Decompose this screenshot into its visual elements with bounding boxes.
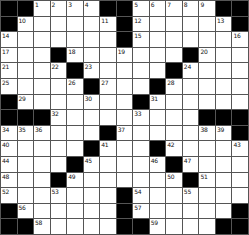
cell-r11c12[interactable]: 51 — [199, 173, 215, 188]
clue-number-22: 22 — [52, 63, 59, 70]
cell-r6c4[interactable] — [67, 95, 83, 110]
cell-r2c11[interactable] — [183, 32, 199, 47]
block-cell-r0c14 — [232, 1, 248, 16]
clue-number-17: 17 — [2, 48, 9, 55]
cell-r2c4[interactable] — [67, 32, 83, 47]
cell-r1c8[interactable]: 12 — [133, 17, 149, 32]
block-cell-r14c8 — [133, 219, 149, 234]
block-cell-r14c1 — [18, 219, 34, 234]
cell-r10c3[interactable] — [51, 157, 67, 172]
cell-r4c6[interactable] — [100, 63, 116, 78]
block-cell-r4c4 — [67, 63, 83, 78]
cell-r4c9[interactable] — [150, 63, 166, 78]
clue-number-12: 12 — [134, 17, 141, 24]
block-cell-r0c7 — [117, 1, 133, 16]
clue-number-27: 27 — [101, 79, 108, 86]
clue-number-44: 44 — [2, 157, 9, 164]
cell-r8c4[interactable] — [67, 126, 83, 141]
cell-r7c5[interactable] — [84, 110, 100, 125]
cell-r8c11[interactable] — [183, 126, 199, 141]
cell-r0c12[interactable]: 9 — [199, 1, 215, 16]
cell-r5c11[interactable] — [183, 79, 199, 94]
cell-r9c4[interactable] — [67, 141, 83, 156]
block-cell-r7c14 — [232, 110, 248, 125]
clue-number-18: 18 — [68, 48, 75, 55]
clue-number-2: 2 — [52, 1, 56, 8]
cell-r10c12[interactable] — [199, 157, 215, 172]
cell-r6c7[interactable] — [117, 95, 133, 110]
cell-r2c1[interactable] — [18, 32, 34, 47]
cell-r6c3[interactable] — [51, 95, 67, 110]
cell-r12c8[interactable]: 54 — [133, 188, 149, 203]
clue-number-20: 20 — [200, 48, 207, 55]
block-cell-r5c5 — [84, 79, 100, 94]
cell-r13c10[interactable] — [166, 204, 182, 219]
clue-number-34: 34 — [2, 126, 9, 133]
cell-r5c6[interactable]: 27 — [100, 79, 116, 94]
clue-number-52: 52 — [2, 188, 9, 195]
cell-r13c2[interactable] — [34, 204, 50, 219]
cell-r2c2[interactable] — [34, 32, 50, 47]
block-cell-r7c13 — [216, 110, 232, 125]
clue-number-59: 59 — [151, 219, 158, 226]
clue-number-13: 13 — [217, 17, 224, 24]
clue-number-49: 49 — [68, 173, 75, 180]
cell-r5c7[interactable] — [117, 79, 133, 94]
cell-r2c6[interactable] — [100, 32, 116, 47]
block-cell-r6c0 — [1, 95, 17, 110]
cell-r8c8[interactable] — [133, 126, 149, 141]
cell-r7c9[interactable] — [150, 110, 166, 125]
clue-number-51: 51 — [200, 173, 207, 180]
cell-r3c8[interactable] — [133, 48, 149, 63]
cell-r10c2[interactable] — [34, 157, 50, 172]
cell-r3c5[interactable] — [84, 48, 100, 63]
cell-r14c11[interactable] — [183, 219, 199, 234]
cell-r10c13[interactable] — [216, 157, 232, 172]
cell-r6c2[interactable] — [34, 95, 50, 110]
cell-r9c0[interactable]: 40 — [1, 141, 17, 156]
cell-r9c8[interactable] — [133, 141, 149, 156]
cell-r5c4[interactable]: 26 — [67, 79, 83, 94]
cell-r1c12[interactable] — [199, 17, 215, 32]
cell-r8c2[interactable]: 36 — [34, 126, 50, 141]
cell-r0c2[interactable]: 1 — [34, 1, 50, 16]
cell-r2c12[interactable] — [199, 32, 215, 47]
cell-r10c5[interactable]: 45 — [84, 157, 100, 172]
clue-number-3: 3 — [68, 1, 72, 8]
clue-number-54: 54 — [134, 188, 141, 195]
block-cell-r9c9 — [150, 141, 166, 156]
cell-r2c14[interactable]: 16 — [232, 32, 248, 47]
clue-number-25: 25 — [2, 79, 9, 86]
cell-r7c7[interactable] — [117, 110, 133, 125]
cell-r2c3[interactable] — [51, 32, 67, 47]
cell-r9c10[interactable]: 42 — [166, 141, 182, 156]
cell-r5c10[interactable]: 28 — [166, 79, 182, 94]
cell-r2c13[interactable] — [216, 32, 232, 47]
cell-r10c8[interactable] — [133, 157, 149, 172]
cell-r13c3[interactable] — [51, 204, 67, 219]
cell-r4c12[interactable] — [199, 63, 215, 78]
cell-r1c9[interactable] — [150, 17, 166, 32]
cell-r4c5[interactable]: 23 — [84, 63, 100, 78]
cell-r9c6[interactable]: 41 — [100, 141, 116, 156]
cell-r9c1[interactable] — [18, 141, 34, 156]
cell-r12c6[interactable] — [100, 188, 116, 203]
cell-r6c12[interactable] — [199, 95, 215, 110]
block-cell-r13c0 — [1, 204, 17, 219]
cell-r4c7[interactable] — [117, 63, 133, 78]
cell-r12c10[interactable] — [166, 188, 182, 203]
cell-r13c12[interactable] — [199, 204, 215, 219]
cell-r4c13[interactable] — [216, 63, 232, 78]
cell-r12c0[interactable]: 52 — [1, 188, 17, 203]
cell-r12c5[interactable] — [84, 188, 100, 203]
cell-r3c10[interactable] — [166, 48, 182, 63]
cell-r8c10[interactable] — [166, 126, 182, 141]
cell-r3c12[interactable]: 20 — [199, 48, 215, 63]
cell-r1c2[interactable] — [34, 17, 50, 32]
cell-r1c6[interactable]: 11 — [100, 17, 116, 32]
clue-number-41: 41 — [101, 141, 108, 148]
block-cell-r14c13 — [216, 219, 232, 234]
block-cell-r0c0 — [1, 1, 17, 16]
cell-r11c8[interactable] — [133, 173, 149, 188]
cell-r7c8[interactable]: 33 — [133, 110, 149, 125]
cell-r11c14[interactable] — [232, 173, 248, 188]
cell-r8c13[interactable]: 39 — [216, 126, 232, 141]
cell-r4c11[interactable]: 24 — [183, 63, 199, 78]
cell-r6c5[interactable]: 30 — [84, 95, 100, 110]
clue-number-58: 58 — [35, 219, 42, 226]
cell-r11c9[interactable] — [150, 173, 166, 188]
cell-r12c3[interactable]: 53 — [51, 188, 67, 203]
cell-r6c1[interactable]: 29 — [18, 95, 34, 110]
cell-r7c10[interactable] — [166, 110, 182, 125]
cell-r11c6[interactable] — [100, 173, 116, 188]
cell-r3c7[interactable]: 19 — [117, 48, 133, 63]
clue-number-42: 42 — [167, 141, 174, 148]
cell-r9c12[interactable] — [199, 141, 215, 156]
cell-r10c11[interactable]: 47 — [183, 157, 199, 172]
cell-r10c1[interactable] — [18, 157, 34, 172]
cell-r0c8[interactable]: 5 — [133, 1, 149, 16]
cell-r5c8[interactable] — [133, 79, 149, 94]
clue-number-53: 53 — [52, 188, 59, 195]
cell-r9c13[interactable] — [216, 141, 232, 156]
cell-r12c14[interactable] — [232, 188, 248, 203]
cell-r6c14[interactable] — [232, 95, 248, 110]
cell-r1c13[interactable]: 13 — [216, 17, 232, 32]
clue-number-8: 8 — [184, 1, 188, 8]
cell-r14c3[interactable] — [51, 219, 67, 234]
cell-r9c3[interactable] — [51, 141, 67, 156]
clue-number-39: 39 — [217, 126, 224, 133]
cell-r0c9[interactable]: 6 — [150, 1, 166, 16]
clue-number-45: 45 — [85, 157, 92, 164]
cell-r0c11[interactable]: 8 — [183, 1, 199, 16]
clue-number-56: 56 — [19, 204, 26, 211]
cell-r7c6[interactable] — [100, 110, 116, 125]
cell-r6c11[interactable] — [183, 95, 199, 110]
cell-r3c14[interactable] — [232, 48, 248, 63]
cell-r1c10[interactable] — [166, 17, 182, 32]
cell-r14c5[interactable] — [84, 219, 100, 234]
clue-number-31: 31 — [151, 95, 158, 102]
block-cell-r8c6 — [100, 126, 116, 141]
cell-r3c9[interactable] — [150, 48, 166, 63]
block-cell-r2c7 — [117, 32, 133, 47]
cell-r4c8[interactable] — [133, 63, 149, 78]
cell-r14c10[interactable] — [166, 219, 182, 234]
cell-r10c7[interactable] — [117, 157, 133, 172]
cell-r11c10[interactable]: 50 — [166, 173, 182, 188]
cell-r9c14[interactable]: 43 — [232, 141, 248, 156]
cell-r2c10[interactable] — [166, 32, 182, 47]
cell-r9c2[interactable] — [34, 141, 50, 156]
cell-r12c1[interactable] — [18, 188, 34, 203]
clue-number-43: 43 — [233, 141, 240, 148]
clue-number-29: 29 — [19, 95, 26, 102]
cell-r7c3[interactable]: 32 — [51, 110, 67, 125]
cell-r3c6[interactable] — [100, 48, 116, 63]
clue-number-5: 5 — [134, 1, 138, 8]
clue-number-32: 32 — [52, 110, 59, 117]
cell-r5c3[interactable] — [51, 79, 67, 94]
cell-r14c12[interactable] — [199, 219, 215, 234]
cell-r12c12[interactable] — [199, 188, 215, 203]
cell-r11c1[interactable] — [18, 173, 34, 188]
cell-r13c1[interactable]: 56 — [18, 204, 34, 219]
clue-number-33: 33 — [134, 110, 141, 117]
clue-number-46: 46 — [151, 157, 158, 164]
cell-r5c2[interactable] — [34, 79, 50, 94]
block-cell-r13c7 — [117, 204, 133, 219]
cell-r12c11[interactable]: 55 — [183, 188, 199, 203]
block-cell-r5c9 — [150, 79, 166, 94]
clue-number-57: 57 — [134, 204, 141, 211]
clue-number-15: 15 — [134, 32, 141, 39]
cell-r14c9[interactable]: 59 — [150, 219, 166, 234]
clue-number-7: 7 — [167, 1, 171, 8]
cell-r4c14[interactable] — [232, 63, 248, 78]
block-cell-r7c0 — [1, 110, 17, 125]
cell-r3c1[interactable] — [18, 48, 34, 63]
cell-r3c4[interactable]: 18 — [67, 48, 83, 63]
cell-r0c3[interactable]: 2 — [51, 1, 67, 16]
cell-r11c0[interactable]: 48 — [1, 173, 17, 188]
cell-r8c0[interactable]: 34 — [1, 126, 17, 141]
cell-r3c0[interactable]: 17 — [1, 48, 17, 63]
cell-r11c7[interactable] — [117, 173, 133, 188]
clue-number-4: 4 — [85, 1, 89, 8]
block-cell-r0c1 — [18, 1, 34, 16]
clue-number-6: 6 — [151, 1, 155, 8]
cell-r11c2[interactable] — [34, 173, 50, 188]
cell-r5c0[interactable]: 25 — [1, 79, 17, 94]
cell-r5c13[interactable] — [216, 79, 232, 94]
block-cell-r3c11 — [183, 48, 199, 63]
block-cell-r8c14 — [232, 126, 248, 141]
clue-number-50: 50 — [167, 173, 174, 180]
cell-r8c3[interactable] — [51, 126, 67, 141]
crossword-grid: 1234567891011121314151617181920212223242… — [0, 0, 249, 235]
cell-r14c2[interactable]: 58 — [34, 219, 50, 234]
clue-number-11: 11 — [101, 17, 108, 24]
block-cell-r9c5 — [84, 141, 100, 156]
cell-r4c3[interactable]: 22 — [51, 63, 67, 78]
block-cell-r14c14 — [232, 219, 248, 234]
cell-r10c9[interactable]: 46 — [150, 157, 166, 172]
cell-r3c2[interactable] — [34, 48, 50, 63]
cell-r12c2[interactable] — [34, 188, 50, 203]
cell-r2c8[interactable]: 15 — [133, 32, 149, 47]
clue-number-23: 23 — [85, 63, 92, 70]
block-cell-r14c0 — [1, 219, 17, 234]
block-cell-r3c3 — [51, 48, 67, 63]
cell-r1c5[interactable] — [84, 17, 100, 32]
cell-r9c7[interactable] — [117, 141, 133, 156]
clue-number-28: 28 — [167, 79, 174, 86]
cell-r13c9[interactable] — [150, 204, 166, 219]
cell-r13c13[interactable] — [216, 204, 232, 219]
cell-r14c4[interactable] — [67, 219, 83, 234]
clue-number-16: 16 — [233, 32, 240, 39]
cell-r3c13[interactable] — [216, 48, 232, 63]
cell-r1c1[interactable]: 10 — [18, 17, 34, 32]
cell-r8c5[interactable] — [84, 126, 100, 141]
clue-number-9: 9 — [200, 1, 204, 8]
cell-r13c5[interactable] — [84, 204, 100, 219]
block-cell-r0c13 — [216, 1, 232, 16]
cell-r11c4[interactable]: 49 — [67, 173, 83, 188]
block-cell-r1c0 — [1, 17, 17, 32]
cell-r13c6[interactable] — [100, 204, 116, 219]
cell-r14c6[interactable] — [100, 219, 116, 234]
block-cell-r1c7 — [117, 17, 133, 32]
cell-r2c5[interactable] — [84, 32, 100, 47]
block-cell-r4c10 — [166, 63, 182, 78]
clue-number-38: 38 — [200, 126, 207, 133]
clue-number-55: 55 — [184, 188, 191, 195]
clue-number-10: 10 — [19, 17, 26, 24]
block-cell-r0c6 — [100, 1, 116, 16]
block-cell-r7c12 — [199, 110, 215, 125]
block-cell-r14c7 — [117, 219, 133, 234]
cell-r1c3[interactable] — [51, 17, 67, 32]
block-cell-r7c1 — [18, 110, 34, 125]
block-cell-r11c11 — [183, 173, 199, 188]
cell-r7c4[interactable] — [67, 110, 83, 125]
cell-r10c0[interactable]: 44 — [1, 157, 17, 172]
cell-r9c11[interactable] — [183, 141, 199, 156]
clue-number-1: 1 — [35, 1, 39, 8]
clue-number-19: 19 — [118, 48, 125, 55]
block-cell-r10c10 — [166, 157, 182, 172]
block-cell-r12c7 — [117, 188, 133, 203]
cell-r11c5[interactable] — [84, 173, 100, 188]
cell-r2c0[interactable]: 14 — [1, 32, 17, 47]
cell-r12c13[interactable] — [216, 188, 232, 203]
clue-number-48: 48 — [2, 173, 9, 180]
cell-r6c6[interactable] — [100, 95, 116, 110]
cell-r6c13[interactable] — [216, 95, 232, 110]
cell-r0c5[interactable]: 4 — [84, 1, 100, 16]
clue-number-14: 14 — [2, 32, 9, 39]
cell-r4c1[interactable] — [18, 63, 34, 78]
clue-number-47: 47 — [184, 157, 191, 164]
clue-number-26: 26 — [68, 79, 75, 86]
cell-r13c11[interactable] — [183, 204, 199, 219]
clue-number-30: 30 — [85, 95, 92, 102]
cell-r12c4[interactable] — [67, 188, 83, 203]
cell-r8c1[interactable]: 35 — [18, 126, 34, 141]
block-cell-r10c4 — [67, 157, 83, 172]
cell-r1c4[interactable] — [67, 17, 83, 32]
cell-r6c9[interactable]: 31 — [150, 95, 166, 110]
cell-r5c14[interactable] — [232, 79, 248, 94]
cell-r4c0[interactable]: 21 — [1, 63, 17, 78]
cell-r0c4[interactable]: 3 — [67, 1, 83, 16]
cell-r12c9[interactable] — [150, 188, 166, 203]
block-cell-r7c2 — [34, 110, 50, 125]
clue-number-21: 21 — [2, 63, 9, 70]
cell-r7c11[interactable] — [183, 110, 199, 125]
clue-number-40: 40 — [2, 141, 9, 148]
block-cell-r1c14 — [232, 17, 248, 32]
cell-r6c10[interactable] — [166, 95, 182, 110]
block-cell-r6c8 — [133, 95, 149, 110]
clue-number-24: 24 — [184, 63, 191, 70]
cell-r5c12[interactable] — [199, 79, 215, 94]
cell-r8c12[interactable]: 38 — [199, 126, 215, 141]
cell-r8c9[interactable] — [150, 126, 166, 141]
cell-r0c10[interactable]: 7 — [166, 1, 182, 16]
cell-r4c2[interactable] — [34, 63, 50, 78]
cell-r10c14[interactable] — [232, 157, 248, 172]
cell-r2c9[interactable] — [150, 32, 166, 47]
cell-r13c8[interactable]: 57 — [133, 204, 149, 219]
cell-r11c13[interactable] — [216, 173, 232, 188]
cell-r1c11[interactable] — [183, 17, 199, 32]
block-cell-r13c14 — [232, 204, 248, 219]
cell-r10c6[interactable] — [100, 157, 116, 172]
block-cell-r11c3 — [51, 173, 67, 188]
cell-r5c1[interactable] — [18, 79, 34, 94]
cell-r13c4[interactable] — [67, 204, 83, 219]
clue-number-36: 36 — [35, 126, 42, 133]
cell-r8c7[interactable]: 37 — [117, 126, 133, 141]
clue-number-35: 35 — [19, 126, 26, 133]
clue-number-37: 37 — [118, 126, 125, 133]
